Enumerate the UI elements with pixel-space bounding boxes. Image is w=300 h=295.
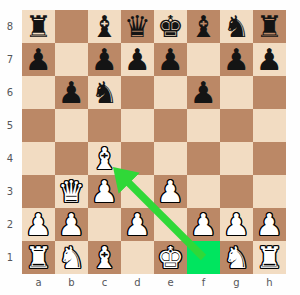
square-g2[interactable]: ♟ <box>220 208 253 241</box>
file-label-e: e <box>154 276 187 290</box>
piece-black-bishop-f8[interactable]: ♝ <box>190 10 217 43</box>
square-b7[interactable] <box>55 43 88 76</box>
square-b2[interactable]: ♟ <box>55 208 88 241</box>
piece-white-bishop-c4[interactable]: ♝ <box>91 142 118 175</box>
square-a1[interactable]: ♜ <box>22 241 55 274</box>
file-labels: abcdefgh <box>22 276 286 290</box>
file-label-f: f <box>187 276 220 290</box>
piece-white-pawn-e3[interactable]: ♟ <box>157 175 184 208</box>
square-e2[interactable] <box>154 208 187 241</box>
piece-black-pawn-h7[interactable]: ♟ <box>256 43 283 76</box>
square-h3[interactable] <box>253 175 286 208</box>
square-e8[interactable]: ♚ <box>154 10 187 43</box>
square-a7[interactable]: ♟ <box>22 43 55 76</box>
square-a2[interactable]: ♟ <box>22 208 55 241</box>
square-h8[interactable]: ♜ <box>253 10 286 43</box>
square-c1[interactable]: ♝ <box>88 241 121 274</box>
file-label-h: h <box>253 276 286 290</box>
rank-label-4: 4 <box>0 142 20 175</box>
file-label-a: a <box>22 276 55 290</box>
square-b5[interactable] <box>55 109 88 142</box>
square-b4[interactable] <box>55 142 88 175</box>
square-g4[interactable] <box>220 142 253 175</box>
piece-white-rook-a1[interactable]: ♜ <box>25 241 52 274</box>
square-b1[interactable]: ♞ <box>55 241 88 274</box>
square-f1[interactable] <box>187 241 220 274</box>
square-c6[interactable]: ♞ <box>88 76 121 109</box>
square-a3[interactable] <box>22 175 55 208</box>
square-g5[interactable] <box>220 109 253 142</box>
square-h6[interactable] <box>253 76 286 109</box>
piece-black-pawn-e7[interactable]: ♟ <box>157 43 184 76</box>
piece-black-pawn-f6[interactable]: ♟ <box>190 76 217 109</box>
piece-black-bishop-c8[interactable]: ♝ <box>91 10 118 43</box>
square-d5[interactable] <box>121 109 154 142</box>
square-c5[interactable] <box>88 109 121 142</box>
square-f7[interactable] <box>187 43 220 76</box>
file-label-c: c <box>88 276 121 290</box>
square-e7[interactable]: ♟ <box>154 43 187 76</box>
rank-label-6: 6 <box>0 76 20 109</box>
piece-white-rook-h1[interactable]: ♜ <box>256 241 283 274</box>
piece-white-king-e1[interactable]: ♚ <box>157 241 184 274</box>
square-b6[interactable]: ♟ <box>55 76 88 109</box>
square-d2[interactable]: ♟ <box>121 208 154 241</box>
piece-white-bishop-c1[interactable]: ♝ <box>91 241 118 274</box>
rank-label-7: 7 <box>0 43 20 76</box>
square-h5[interactable] <box>253 109 286 142</box>
square-d3[interactable] <box>121 175 154 208</box>
square-g7[interactable]: ♟ <box>220 43 253 76</box>
square-d6[interactable] <box>121 76 154 109</box>
square-h2[interactable]: ♟ <box>253 208 286 241</box>
square-g6[interactable] <box>220 76 253 109</box>
square-g1[interactable]: ♞ <box>220 241 253 274</box>
square-a5[interactable] <box>22 109 55 142</box>
square-e3[interactable]: ♟ <box>154 175 187 208</box>
square-a6[interactable] <box>22 76 55 109</box>
piece-black-king-e8[interactable]: ♚ <box>157 10 184 43</box>
piece-white-pawn-b2[interactable]: ♟ <box>58 208 85 241</box>
piece-black-pawn-a7[interactable]: ♟ <box>25 43 52 76</box>
square-d7[interactable]: ♟ <box>121 43 154 76</box>
square-f6[interactable]: ♟ <box>187 76 220 109</box>
square-c3[interactable]: ♟ <box>88 175 121 208</box>
piece-black-knight-c6[interactable]: ♞ <box>91 76 118 109</box>
square-a4[interactable] <box>22 142 55 175</box>
square-h1[interactable]: ♜ <box>253 241 286 274</box>
chess-board[interactable]: ♜♝♛♚♝♞♜♟♟♟♟♟♟♟♞♟♝♛♟♟♟♟♟♟♟♟♜♞♝♚♞♜ <box>22 10 286 274</box>
piece-white-pawn-d2[interactable]: ♟ <box>124 208 151 241</box>
rank-label-3: 3 <box>0 175 20 208</box>
square-c8[interactable]: ♝ <box>88 10 121 43</box>
square-a8[interactable]: ♜ <box>22 10 55 43</box>
piece-black-pawn-g7[interactable]: ♟ <box>223 43 250 76</box>
piece-black-knight-g8[interactable]: ♞ <box>223 10 250 43</box>
square-e6[interactable] <box>154 76 187 109</box>
piece-white-pawn-g2[interactable]: ♟ <box>223 208 250 241</box>
square-b3[interactable]: ♛ <box>55 175 88 208</box>
rank-label-5: 5 <box>0 109 20 142</box>
square-d4[interactable] <box>121 142 154 175</box>
square-d1[interactable] <box>121 241 154 274</box>
square-c7[interactable]: ♟ <box>88 43 121 76</box>
square-f2[interactable]: ♟ <box>187 208 220 241</box>
file-label-d: d <box>121 276 154 290</box>
rank-label-1: 1 <box>0 241 20 274</box>
file-label-b: b <box>55 276 88 290</box>
square-g3[interactable] <box>220 175 253 208</box>
square-e5[interactable] <box>154 109 187 142</box>
piece-black-pawn-d7[interactable]: ♟ <box>124 43 151 76</box>
piece-white-knight-g1[interactable]: ♞ <box>223 241 250 274</box>
piece-white-pawn-a2[interactable]: ♟ <box>25 208 52 241</box>
square-f4[interactable] <box>187 142 220 175</box>
square-h7[interactable]: ♟ <box>253 43 286 76</box>
chess-board-screenshot: 87654321 ♜♝♛♚♝♞♜♟♟♟♟♟♟♟♞♟♝♛♟♟♟♟♟♟♟♟♜♞♝♚♞… <box>0 0 300 295</box>
square-c2[interactable] <box>88 208 121 241</box>
square-d8[interactable]: ♛ <box>121 10 154 43</box>
square-c4[interactable]: ♝ <box>88 142 121 175</box>
rank-labels: 87654321 <box>0 10 20 274</box>
piece-white-pawn-h2[interactable]: ♟ <box>256 208 283 241</box>
piece-white-pawn-f2[interactable]: ♟ <box>190 208 217 241</box>
piece-black-rook-a8[interactable]: ♜ <box>25 10 52 43</box>
rank-label-8: 8 <box>0 10 20 43</box>
square-f3[interactable] <box>187 175 220 208</box>
square-g8[interactable]: ♞ <box>220 10 253 43</box>
square-e4[interactable] <box>154 142 187 175</box>
piece-white-queen-b3[interactable]: ♛ <box>58 175 85 208</box>
board-area: ♜♝♛♚♝♞♜♟♟♟♟♟♟♟♞♟♝♛♟♟♟♟♟♟♟♟♜♞♝♚♞♜ <box>22 10 286 274</box>
piece-black-pawn-b6[interactable]: ♟ <box>58 76 85 109</box>
square-b8[interactable] <box>55 10 88 43</box>
piece-black-rook-h8[interactable]: ♜ <box>256 10 283 43</box>
square-f5[interactable] <box>187 109 220 142</box>
piece-white-pawn-c3[interactable]: ♟ <box>91 175 118 208</box>
piece-black-pawn-c7[interactable]: ♟ <box>91 43 118 76</box>
square-f8[interactable]: ♝ <box>187 10 220 43</box>
piece-white-knight-b1[interactable]: ♞ <box>58 241 85 274</box>
piece-black-queen-d8[interactable]: ♛ <box>124 10 151 43</box>
square-e1[interactable]: ♚ <box>154 241 187 274</box>
square-h4[interactable] <box>253 142 286 175</box>
rank-label-2: 2 <box>0 208 20 241</box>
file-label-g: g <box>220 276 253 290</box>
